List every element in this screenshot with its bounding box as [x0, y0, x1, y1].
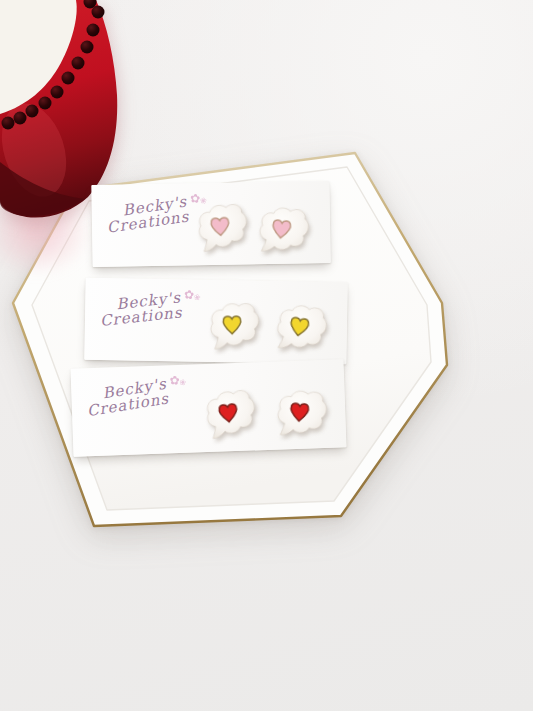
stud-earring-left — [192, 200, 251, 256]
brand-logo: Becky's Creations ✿❀ — [104, 195, 190, 237]
brand-logo: Becky's Creations ✿❀ — [84, 377, 170, 420]
stud-earring-right — [269, 298, 332, 358]
earring-card-pink: Becky's Creations ✿❀ — [91, 181, 330, 267]
earring-card-yellow: Becky's Creations ✿❀ — [84, 278, 347, 365]
stud-earring-right — [253, 202, 314, 260]
brand-logo: Becky's Creations ✿❀ — [98, 290, 183, 329]
earring-card-red: Becky's Creations ✿❀ — [71, 359, 347, 456]
flower-doodle-icon: ✿❀ — [169, 374, 187, 388]
stud-earring-left — [205, 300, 262, 353]
flower-doodle-icon: ✿❀ — [183, 288, 201, 302]
stud-earring-right — [272, 386, 331, 442]
stud-earring-left — [200, 385, 261, 443]
product-photo-scene: Becky's Creations ✿❀ Becky's Creations ✿… — [0, 0, 533, 711]
